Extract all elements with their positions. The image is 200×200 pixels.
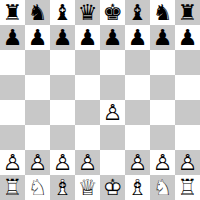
square-d3[interactable] [75,125,100,150]
square-e3[interactable] [100,125,125,150]
square-d6[interactable] [75,50,100,75]
square-c4[interactable] [50,100,75,125]
white-king: ♚♔ [100,175,125,200]
square-f7[interactable]: ♟ [125,25,150,50]
white-pawn-glyph: ♙ [100,100,125,125]
square-f4[interactable] [125,100,150,125]
square-a7[interactable]: ♟ [0,25,25,50]
square-b8[interactable]: ♞ [25,0,50,25]
square-h8[interactable]: ♜ [175,0,200,25]
black-pawn-glyph: ♟ [125,25,150,50]
square-h4[interactable] [175,100,200,125]
black-king: ♚ [100,0,125,25]
white-rook-glyph: ♖ [0,175,25,200]
square-f6[interactable] [125,50,150,75]
square-b3[interactable] [25,125,50,150]
white-pawn: ♟♙ [150,150,175,175]
white-knight-glyph: ♘ [150,175,175,200]
square-g5[interactable] [150,75,175,100]
square-a6[interactable] [0,50,25,75]
white-rook: ♜♖ [0,175,25,200]
square-b1[interactable]: ♞♘ [25,175,50,200]
square-f5[interactable] [125,75,150,100]
black-pawn: ♟ [125,25,150,50]
white-pawn-glyph: ♙ [50,150,75,175]
square-e2[interactable] [100,150,125,175]
square-d8[interactable]: ♛ [75,0,100,25]
square-c2[interactable]: ♟♙ [50,150,75,175]
black-pawn-glyph: ♟ [150,25,175,50]
white-pawn-glyph: ♙ [125,150,150,175]
black-pawn-glyph: ♟ [25,25,50,50]
black-pawn-glyph: ♟ [75,25,100,50]
black-bishop: ♝ [125,0,150,25]
black-queen: ♛ [75,0,100,25]
square-b6[interactable] [25,50,50,75]
square-f3[interactable] [125,125,150,150]
white-pawn: ♟♙ [0,150,25,175]
white-pawn-glyph: ♙ [75,150,100,175]
white-bishop-glyph: ♗ [125,175,150,200]
white-pawn: ♟♙ [75,150,100,175]
square-d2[interactable]: ♟♙ [75,150,100,175]
black-knight: ♞ [150,0,175,25]
square-c8[interactable]: ♝ [50,0,75,25]
black-pawn: ♟ [175,25,200,50]
square-b2[interactable]: ♟♙ [25,150,50,175]
square-e7[interactable]: ♟ [100,25,125,50]
square-c3[interactable] [50,125,75,150]
white-pawn-glyph: ♙ [175,150,200,175]
square-a5[interactable] [0,75,25,100]
square-e4[interactable]: ♟♙ [100,100,125,125]
square-d7[interactable]: ♟ [75,25,100,50]
white-pawn: ♟♙ [25,150,50,175]
black-rook-glyph: ♜ [0,0,25,25]
square-e6[interactable] [100,50,125,75]
square-b4[interactable] [25,100,50,125]
black-bishop-glyph: ♝ [125,0,150,25]
square-c1[interactable]: ♝♗ [50,175,75,200]
square-h6[interactable] [175,50,200,75]
black-bishop: ♝ [50,0,75,25]
black-knight-glyph: ♞ [150,0,175,25]
square-c5[interactable] [50,75,75,100]
white-pawn-glyph: ♙ [25,150,50,175]
black-pawn: ♟ [0,25,25,50]
white-knight: ♞♘ [25,175,50,200]
white-queen: ♛♕ [75,175,100,200]
white-bishop-glyph: ♗ [50,175,75,200]
white-pawn: ♟♙ [175,150,200,175]
square-f8[interactable]: ♝ [125,0,150,25]
square-h7[interactable]: ♟ [175,25,200,50]
black-bishop-glyph: ♝ [50,0,75,25]
black-pawn-glyph: ♟ [100,25,125,50]
square-g8[interactable]: ♞ [150,0,175,25]
square-c6[interactable] [50,50,75,75]
square-h3[interactable] [175,125,200,150]
white-knight-glyph: ♘ [25,175,50,200]
square-g6[interactable] [150,50,175,75]
white-king-glyph: ♔ [100,175,125,200]
white-bishop: ♝♗ [50,175,75,200]
white-rook: ♜♖ [175,175,200,200]
square-b7[interactable]: ♟ [25,25,50,50]
square-a4[interactable] [0,100,25,125]
square-d4[interactable] [75,100,100,125]
square-d5[interactable] [75,75,100,100]
square-e1[interactable]: ♚♔ [100,175,125,200]
white-knight: ♞♘ [150,175,175,200]
black-pawn: ♟ [75,25,100,50]
white-pawn-glyph: ♙ [150,150,175,175]
square-a1[interactable]: ♜♖ [0,175,25,200]
black-pawn: ♟ [100,25,125,50]
black-rook: ♜ [175,0,200,25]
black-rook-glyph: ♜ [175,0,200,25]
white-bishop: ♝♗ [125,175,150,200]
black-pawn: ♟ [25,25,50,50]
square-d1[interactable]: ♛♕ [75,175,100,200]
square-g4[interactable] [150,100,175,125]
square-g7[interactable]: ♟ [150,25,175,50]
black-pawn-glyph: ♟ [50,25,75,50]
square-h2[interactable]: ♟♙ [175,150,200,175]
white-pawn: ♟♙ [125,150,150,175]
square-g1[interactable]: ♞♘ [150,175,175,200]
square-a2[interactable]: ♟♙ [0,150,25,175]
square-f1[interactable]: ♝♗ [125,175,150,200]
black-pawn-glyph: ♟ [175,25,200,50]
black-king-glyph: ♚ [100,0,125,25]
square-c7[interactable]: ♟ [50,25,75,50]
white-pawn: ♟♙ [50,150,75,175]
black-pawn: ♟ [150,25,175,50]
black-queen-glyph: ♛ [75,0,100,25]
square-e8[interactable]: ♚ [100,0,125,25]
square-b5[interactable] [25,75,50,100]
square-a3[interactable] [0,125,25,150]
black-knight: ♞ [25,0,50,25]
white-pawn: ♟♙ [100,100,125,125]
chess-board: ♜♞♝♛♚♝♞♜♟♟♟♟♟♟♟♟♟♙♟♙♟♙♟♙♟♙♟♙♟♙♟♙♜♖♞♘♝♗♛♕… [0,0,200,200]
white-queen-glyph: ♕ [75,175,100,200]
square-g2[interactable]: ♟♙ [150,150,175,175]
black-pawn: ♟ [50,25,75,50]
black-rook: ♜ [0,0,25,25]
square-g3[interactable] [150,125,175,150]
white-pawn-glyph: ♙ [0,150,25,175]
square-h1[interactable]: ♜♖ [175,175,200,200]
black-pawn-glyph: ♟ [0,25,25,50]
square-a8[interactable]: ♜ [0,0,25,25]
square-h5[interactable] [175,75,200,100]
black-knight-glyph: ♞ [25,0,50,25]
square-e5[interactable] [100,75,125,100]
square-f2[interactable]: ♟♙ [125,150,150,175]
white-rook-glyph: ♖ [175,175,200,200]
